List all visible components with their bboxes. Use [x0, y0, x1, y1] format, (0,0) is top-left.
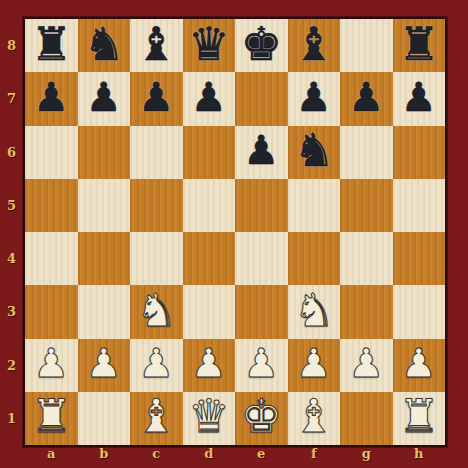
square-c5[interactable] — [130, 179, 183, 232]
piece-black-pawn[interactable]: ♟ — [296, 77, 332, 117]
square-f8[interactable]: ♝ — [288, 19, 341, 72]
square-a4[interactable] — [25, 232, 78, 285]
square-c4[interactable] — [130, 232, 183, 285]
square-h5[interactable] — [393, 179, 446, 232]
square-a6[interactable] — [25, 126, 78, 179]
square-e5[interactable] — [235, 179, 288, 232]
rank-label-7: 7 — [0, 72, 23, 125]
square-f7[interactable]: ♟ — [288, 72, 341, 125]
square-c2[interactable]: ♟ — [130, 339, 183, 392]
square-c8[interactable]: ♝ — [130, 19, 183, 72]
square-f1[interactable]: ♝ — [288, 392, 341, 445]
piece-black-pawn[interactable]: ♟ — [243, 130, 279, 170]
square-e4[interactable] — [235, 232, 288, 285]
square-a7[interactable]: ♟ — [25, 72, 78, 125]
square-g1[interactable] — [340, 392, 393, 445]
rank-labels: 87654321 — [0, 19, 23, 445]
square-h1[interactable]: ♜ — [393, 392, 446, 445]
piece-white-bishop[interactable]: ♝ — [136, 393, 177, 439]
file-label-d: d — [183, 445, 236, 468]
square-h2[interactable]: ♟ — [393, 339, 446, 392]
square-d3[interactable] — [183, 285, 236, 338]
square-a8[interactable]: ♜ — [25, 19, 78, 72]
piece-white-pawn[interactable]: ♟ — [33, 343, 69, 383]
chess-diagram: 87654321 ♜♞♝♛♚♝♜♟♟♟♟♟♟♟♟♞♞♞♟♟♟♟♟♟♟♟♜♝♛♚♝… — [0, 0, 468, 468]
piece-white-knight[interactable]: ♞ — [293, 287, 334, 333]
square-d7[interactable]: ♟ — [183, 72, 236, 125]
square-h6[interactable] — [393, 126, 446, 179]
square-a1[interactable]: ♜ — [25, 392, 78, 445]
piece-white-queen[interactable]: ♛ — [188, 393, 229, 439]
piece-black-pawn[interactable]: ♟ — [86, 77, 122, 117]
file-labels: abcdefgh — [25, 445, 445, 468]
rank-label-4: 4 — [0, 232, 23, 285]
square-c6[interactable] — [130, 126, 183, 179]
piece-black-pawn[interactable]: ♟ — [348, 77, 384, 117]
file-label-g: g — [340, 445, 393, 468]
piece-black-knight[interactable]: ♞ — [293, 127, 334, 173]
rank-label-1: 1 — [0, 392, 23, 445]
file-label-c: c — [130, 445, 183, 468]
rank-label-5: 5 — [0, 179, 23, 232]
piece-black-bishop[interactable]: ♝ — [136, 21, 177, 67]
piece-white-pawn[interactable]: ♟ — [401, 343, 437, 383]
piece-white-rook[interactable]: ♜ — [398, 393, 439, 439]
square-b8[interactable]: ♞ — [78, 19, 131, 72]
piece-white-pawn[interactable]: ♟ — [243, 343, 279, 383]
square-h8[interactable]: ♜ — [393, 19, 446, 72]
square-b4[interactable] — [78, 232, 131, 285]
square-d1[interactable]: ♛ — [183, 392, 236, 445]
piece-white-rook[interactable]: ♜ — [31, 393, 72, 439]
square-a2[interactable]: ♟ — [25, 339, 78, 392]
square-g3[interactable] — [340, 285, 393, 338]
piece-white-pawn[interactable]: ♟ — [348, 343, 384, 383]
rank-label-6: 6 — [0, 126, 23, 179]
piece-black-pawn[interactable]: ♟ — [401, 77, 437, 117]
square-a3[interactable] — [25, 285, 78, 338]
square-e2[interactable]: ♟ — [235, 339, 288, 392]
rank-label-3: 3 — [0, 285, 23, 338]
piece-black-king[interactable]: ♚ — [241, 21, 282, 67]
square-a5[interactable] — [25, 179, 78, 232]
square-g6[interactable] — [340, 126, 393, 179]
square-h4[interactable] — [393, 232, 446, 285]
piece-black-rook[interactable]: ♜ — [31, 21, 72, 67]
square-b2[interactable]: ♟ — [78, 339, 131, 392]
piece-white-knight[interactable]: ♞ — [136, 287, 177, 333]
square-b5[interactable] — [78, 179, 131, 232]
square-g4[interactable] — [340, 232, 393, 285]
square-d5[interactable] — [183, 179, 236, 232]
square-g2[interactable]: ♟ — [340, 339, 393, 392]
square-f3[interactable]: ♞ — [288, 285, 341, 338]
square-f5[interactable] — [288, 179, 341, 232]
square-d6[interactable] — [183, 126, 236, 179]
chess-board: ♜♞♝♛♚♝♜♟♟♟♟♟♟♟♟♞♞♞♟♟♟♟♟♟♟♟♜♝♛♚♝♜ — [23, 17, 447, 447]
square-e8[interactable]: ♚ — [235, 19, 288, 72]
piece-black-rook[interactable]: ♜ — [398, 21, 439, 67]
piece-black-pawn[interactable]: ♟ — [33, 77, 69, 117]
square-b6[interactable] — [78, 126, 131, 179]
rank-label-8: 8 — [0, 19, 23, 72]
square-d2[interactable]: ♟ — [183, 339, 236, 392]
square-b3[interactable] — [78, 285, 131, 338]
piece-white-bishop[interactable]: ♝ — [293, 393, 334, 439]
square-c3[interactable]: ♞ — [130, 285, 183, 338]
piece-white-pawn[interactable]: ♟ — [296, 343, 332, 383]
square-f4[interactable] — [288, 232, 341, 285]
square-e6[interactable]: ♟ — [235, 126, 288, 179]
square-e1[interactable]: ♚ — [235, 392, 288, 445]
square-e3[interactable] — [235, 285, 288, 338]
piece-black-queen[interactable]: ♛ — [188, 21, 229, 67]
piece-white-pawn[interactable]: ♟ — [191, 343, 227, 383]
piece-white-pawn[interactable]: ♟ — [138, 343, 174, 383]
piece-black-knight[interactable]: ♞ — [83, 21, 124, 67]
square-h7[interactable]: ♟ — [393, 72, 446, 125]
file-label-f: f — [288, 445, 341, 468]
square-d4[interactable] — [183, 232, 236, 285]
file-label-b: b — [78, 445, 131, 468]
square-g5[interactable] — [340, 179, 393, 232]
piece-white-king[interactable]: ♚ — [241, 393, 282, 439]
piece-black-bishop[interactable]: ♝ — [293, 21, 334, 67]
square-b1[interactable] — [78, 392, 131, 445]
file-label-h: h — [393, 445, 446, 468]
square-d8[interactable]: ♛ — [183, 19, 236, 72]
square-c1[interactable]: ♝ — [130, 392, 183, 445]
piece-black-pawn[interactable]: ♟ — [138, 77, 174, 117]
square-f2[interactable]: ♟ — [288, 339, 341, 392]
file-label-e: e — [235, 445, 288, 468]
piece-white-pawn[interactable]: ♟ — [86, 343, 122, 383]
square-b7[interactable]: ♟ — [78, 72, 131, 125]
square-g8[interactable] — [340, 19, 393, 72]
rank-label-2: 2 — [0, 339, 23, 392]
file-label-a: a — [25, 445, 78, 468]
square-g7[interactable]: ♟ — [340, 72, 393, 125]
square-c7[interactable]: ♟ — [130, 72, 183, 125]
square-h3[interactable] — [393, 285, 446, 338]
square-e7[interactable] — [235, 72, 288, 125]
piece-black-pawn[interactable]: ♟ — [191, 77, 227, 117]
square-f6[interactable]: ♞ — [288, 126, 341, 179]
